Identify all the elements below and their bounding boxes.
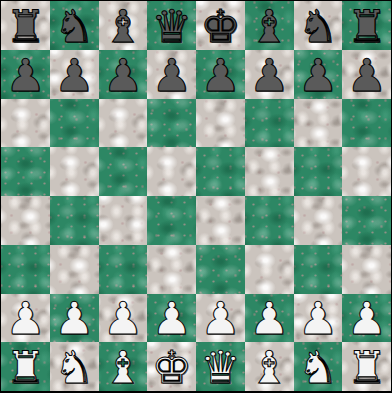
square-f6[interactable] xyxy=(245,99,294,148)
square-c7[interactable]: ♟ xyxy=(99,50,148,99)
square-a3[interactable] xyxy=(1,245,50,294)
square-g3[interactable] xyxy=(294,245,343,294)
square-c1[interactable]: ♝ xyxy=(99,342,148,391)
square-a8[interactable]: ♜ xyxy=(1,1,50,50)
square-a7[interactable]: ♟ xyxy=(1,50,50,99)
piece-black-pawn[interactable]: ♟ xyxy=(54,51,94,98)
square-d4[interactable] xyxy=(147,196,196,245)
square-f8[interactable]: ♝ xyxy=(245,1,294,50)
square-e5[interactable] xyxy=(196,147,245,196)
piece-white-pawn[interactable]: ♟ xyxy=(249,294,289,341)
piece-white-pawn[interactable]: ♟ xyxy=(5,294,45,341)
piece-black-pawn[interactable]: ♟ xyxy=(298,51,338,98)
piece-black-queen[interactable]: ♛ xyxy=(151,2,191,49)
square-d6[interactable] xyxy=(147,99,196,148)
square-b5[interactable] xyxy=(50,147,99,196)
piece-black-pawn[interactable]: ♟ xyxy=(151,51,191,98)
square-b6[interactable] xyxy=(50,99,99,148)
square-g2[interactable]: ♟ xyxy=(294,294,343,343)
square-a1[interactable]: ♜ xyxy=(1,342,50,391)
piece-white-queen[interactable]: ♛ xyxy=(200,343,240,390)
square-c5[interactable] xyxy=(99,147,148,196)
square-c2[interactable]: ♟ xyxy=(99,294,148,343)
piece-white-pawn[interactable]: ♟ xyxy=(151,294,191,341)
square-f7[interactable]: ♟ xyxy=(245,50,294,99)
square-e4[interactable] xyxy=(196,196,245,245)
square-a6[interactable] xyxy=(1,99,50,148)
piece-white-pawn[interactable]: ♟ xyxy=(346,294,386,341)
piece-black-pawn[interactable]: ♟ xyxy=(5,51,45,98)
square-b2[interactable]: ♟ xyxy=(50,294,99,343)
piece-white-bishop[interactable]: ♝ xyxy=(103,343,143,390)
square-f5[interactable] xyxy=(245,147,294,196)
piece-white-rook[interactable]: ♜ xyxy=(346,343,386,390)
piece-black-rook[interactable]: ♜ xyxy=(346,2,386,49)
square-f1[interactable]: ♝ xyxy=(245,342,294,391)
square-d2[interactable]: ♟ xyxy=(147,294,196,343)
square-f4[interactable] xyxy=(245,196,294,245)
piece-white-knight[interactable]: ♞ xyxy=(298,343,338,390)
square-h7[interactable]: ♟ xyxy=(342,50,391,99)
square-c8[interactable]: ♝ xyxy=(99,1,148,50)
piece-white-rook[interactable]: ♜ xyxy=(5,343,45,390)
square-h1[interactable]: ♜ xyxy=(342,342,391,391)
square-c6[interactable] xyxy=(99,99,148,148)
square-h4[interactable] xyxy=(342,196,391,245)
square-c3[interactable] xyxy=(99,245,148,294)
square-e7[interactable]: ♟ xyxy=(196,50,245,99)
square-h2[interactable]: ♟ xyxy=(342,294,391,343)
piece-black-king[interactable]: ♚ xyxy=(200,2,240,49)
square-g7[interactable]: ♟ xyxy=(294,50,343,99)
piece-white-pawn[interactable]: ♟ xyxy=(200,294,240,341)
square-d8[interactable]: ♛ xyxy=(147,1,196,50)
square-e6[interactable] xyxy=(196,99,245,148)
square-e1[interactable]: ♛ xyxy=(196,342,245,391)
piece-black-pawn[interactable]: ♟ xyxy=(200,51,240,98)
square-a5[interactable] xyxy=(1,147,50,196)
square-g5[interactable] xyxy=(294,147,343,196)
square-b3[interactable] xyxy=(50,245,99,294)
piece-white-pawn[interactable]: ♟ xyxy=(298,294,338,341)
piece-black-pawn[interactable]: ♟ xyxy=(346,51,386,98)
square-e2[interactable]: ♟ xyxy=(196,294,245,343)
chess-board: ♜♞♝♛♚♝♞♜♟♟♟♟♟♟♟♟♟♟♟♟♟♟♟♟♜♞♝♚♛♝♞♜ xyxy=(0,0,392,393)
piece-black-knight[interactable]: ♞ xyxy=(298,2,338,49)
square-h3[interactable] xyxy=(342,245,391,294)
piece-white-bishop[interactable]: ♝ xyxy=(249,343,289,390)
square-b7[interactable]: ♟ xyxy=(50,50,99,99)
square-f3[interactable] xyxy=(245,245,294,294)
piece-white-pawn[interactable]: ♟ xyxy=(54,294,94,341)
piece-black-bishop[interactable]: ♝ xyxy=(249,2,289,49)
square-g8[interactable]: ♞ xyxy=(294,1,343,50)
piece-black-knight[interactable]: ♞ xyxy=(54,2,94,49)
piece-white-knight[interactable]: ♞ xyxy=(54,343,94,390)
piece-black-pawn[interactable]: ♟ xyxy=(103,51,143,98)
square-e8[interactable]: ♚ xyxy=(196,1,245,50)
square-d3[interactable] xyxy=(147,245,196,294)
square-c4[interactable] xyxy=(99,196,148,245)
square-h5[interactable] xyxy=(342,147,391,196)
square-e3[interactable] xyxy=(196,245,245,294)
square-f2[interactable]: ♟ xyxy=(245,294,294,343)
square-d7[interactable]: ♟ xyxy=(147,50,196,99)
square-g6[interactable] xyxy=(294,99,343,148)
square-g4[interactable] xyxy=(294,196,343,245)
piece-white-king[interactable]: ♚ xyxy=(151,343,191,390)
piece-black-pawn[interactable]: ♟ xyxy=(249,51,289,98)
square-b1[interactable]: ♞ xyxy=(50,342,99,391)
square-d1[interactable]: ♚ xyxy=(147,342,196,391)
square-h6[interactable] xyxy=(342,99,391,148)
piece-black-bishop[interactable]: ♝ xyxy=(103,2,143,49)
piece-white-pawn[interactable]: ♟ xyxy=(103,294,143,341)
square-h8[interactable]: ♜ xyxy=(342,1,391,50)
square-b8[interactable]: ♞ xyxy=(50,1,99,50)
square-a2[interactable]: ♟ xyxy=(1,294,50,343)
square-b4[interactable] xyxy=(50,196,99,245)
square-d5[interactable] xyxy=(147,147,196,196)
square-a4[interactable] xyxy=(1,196,50,245)
square-g1[interactable]: ♞ xyxy=(294,342,343,391)
piece-black-rook[interactable]: ♜ xyxy=(5,2,45,49)
